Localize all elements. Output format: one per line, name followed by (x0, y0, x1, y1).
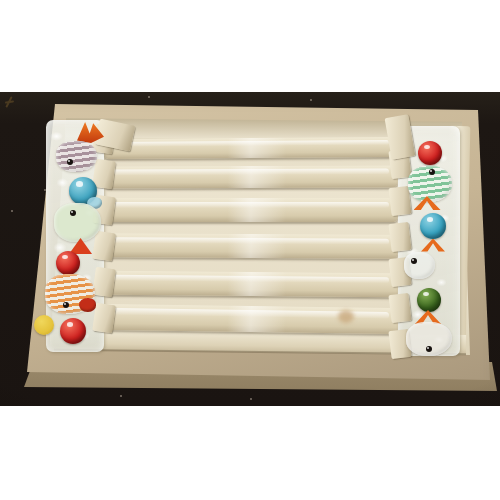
glass-swizzle-stick-1 (104, 137, 398, 159)
dust-speck-2 (310, 99, 312, 101)
red-glass-ball (56, 251, 80, 275)
dust-speck-5 (250, 398, 252, 400)
dust-speck-1 (148, 96, 150, 98)
insert-tab-left-6 (92, 303, 116, 334)
price-sticker (34, 315, 54, 335)
screenshot-canvas (0, 0, 500, 500)
red-glass-ball (60, 318, 86, 344)
green-glass-ball (417, 288, 441, 312)
glass-swizzle-stick-3 (104, 198, 398, 222)
figure-eye (63, 302, 69, 308)
photo (0, 92, 500, 406)
dust-speck-6 (120, 395, 122, 397)
figure-eye (429, 169, 435, 175)
insert-tab-left-5 (92, 267, 116, 298)
mauve-striped-glass-figure (56, 141, 97, 172)
red-glass-ball (418, 141, 442, 165)
green-glass-fish (54, 203, 101, 242)
figure-eye (67, 159, 73, 165)
glass-swizzle-stick-5 (104, 271, 398, 298)
dust-speck-3 (11, 210, 13, 212)
insert-tab-right-3 (388, 222, 411, 252)
figure-eye (426, 346, 432, 352)
figure-eye (411, 258, 417, 264)
dust-speck-4 (44, 189, 46, 191)
figure-eye (70, 210, 76, 216)
insert-tab-left-4 (92, 231, 116, 262)
glass-swizzle-stick-2 (104, 165, 398, 188)
turquoise-glass-ball (420, 213, 446, 239)
liner-stain (338, 310, 354, 323)
insert-tab-right-5 (388, 293, 411, 323)
red-glass-detail (79, 298, 96, 312)
glass-swizzle-stick-6 (104, 304, 398, 334)
glass-swizzle-stick-4 (104, 233, 398, 259)
clear-glass-figure (404, 252, 435, 279)
